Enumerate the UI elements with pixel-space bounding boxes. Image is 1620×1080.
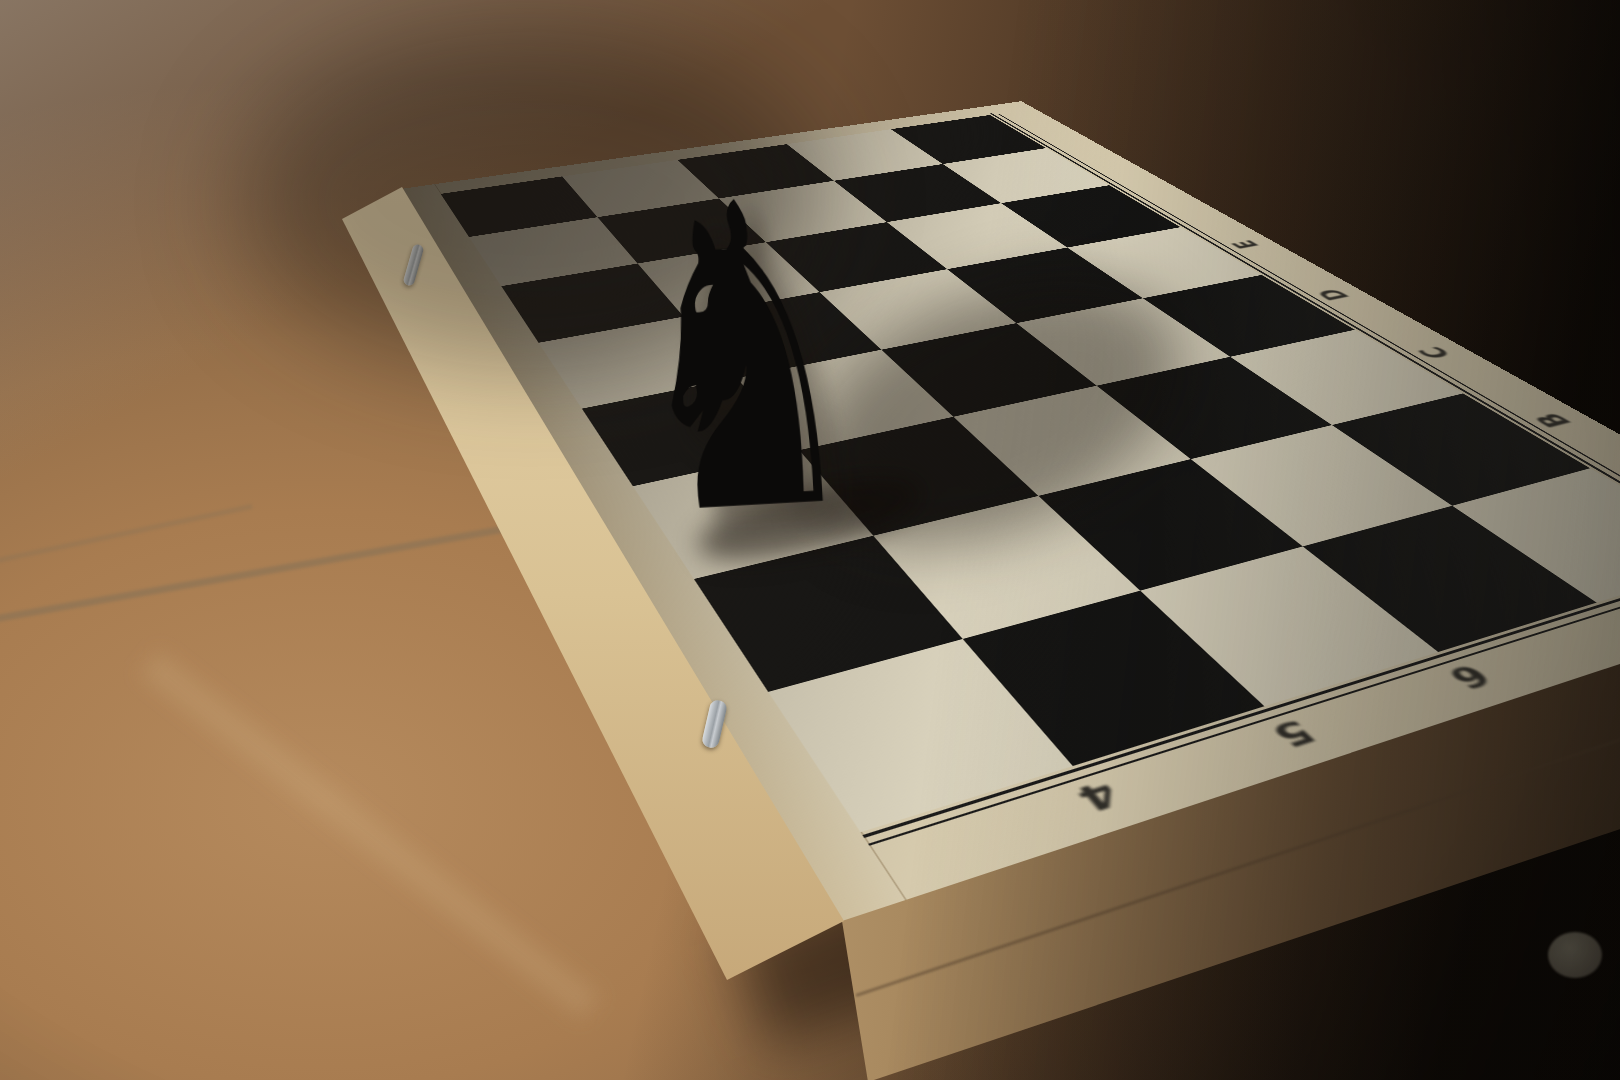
rank-label: 5 (1249, 709, 1338, 759)
black-knight-piece: ♞ (623, 144, 868, 587)
file-label: C (1403, 340, 1467, 366)
file-label: E (1219, 235, 1272, 254)
clasp-disc (1548, 932, 1602, 978)
photo-scene: 456 BCDE ♞ (0, 0, 1620, 1080)
file-label: D (1304, 284, 1362, 306)
rank-label: 4 (1053, 769, 1144, 824)
rank-label: 6 (1426, 654, 1513, 699)
